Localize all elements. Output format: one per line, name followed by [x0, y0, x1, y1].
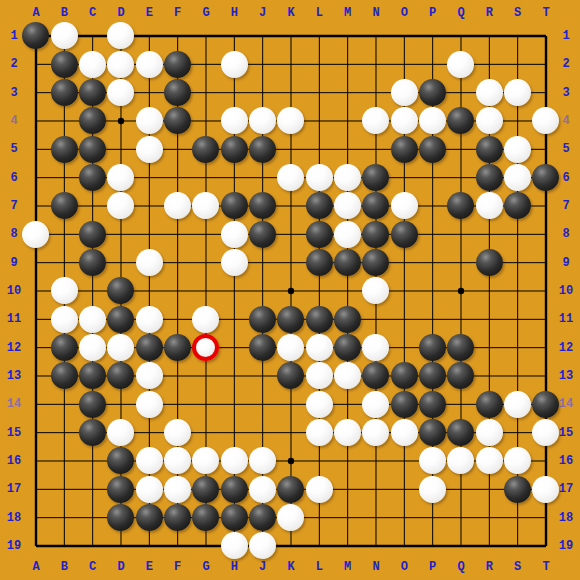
intersection-N12[interactable]	[362, 333, 390, 361]
intersection-N8[interactable]	[362, 220, 390, 248]
intersection-H9[interactable]	[220, 248, 248, 276]
intersection-P19[interactable]	[418, 532, 446, 560]
intersection-K15[interactable]	[277, 418, 305, 446]
intersection-Q14[interactable]	[447, 390, 475, 418]
intersection-C11[interactable]	[78, 305, 106, 333]
intersection-E1[interactable]	[135, 22, 163, 50]
intersection-P8[interactable]	[418, 220, 446, 248]
intersection-E2[interactable]	[135, 50, 163, 78]
intersection-O17[interactable]	[390, 475, 418, 503]
intersection-C4[interactable]	[78, 107, 106, 135]
intersection-K8[interactable]	[277, 220, 305, 248]
intersection-S5[interactable]	[503, 135, 531, 163]
stone-black-A1[interactable]	[22, 22, 49, 49]
stone-black-D13[interactable]	[107, 362, 134, 389]
intersection-L8[interactable]	[305, 220, 333, 248]
intersection-E13[interactable]	[135, 362, 163, 390]
intersection-N3[interactable]	[362, 78, 390, 106]
stone-white-S16[interactable]	[504, 447, 531, 474]
stone-white-B11[interactable]	[51, 306, 78, 333]
stone-white-M7[interactable]	[334, 192, 361, 219]
stone-white-H9[interactable]	[221, 249, 248, 276]
intersection-Q2[interactable]	[447, 50, 475, 78]
intersection-R12[interactable]	[475, 333, 503, 361]
intersection-S9[interactable]	[503, 248, 531, 276]
intersection-B4[interactable]	[50, 107, 78, 135]
intersection-B11[interactable]	[50, 305, 78, 333]
intersection-O14[interactable]	[390, 390, 418, 418]
stone-white-L6[interactable]	[306, 164, 333, 191]
stone-black-J5[interactable]	[249, 136, 276, 163]
intersection-D10[interactable]	[107, 277, 135, 305]
intersection-Q6[interactable]	[447, 163, 475, 191]
intersection-F9[interactable]	[163, 248, 191, 276]
intersection-K10[interactable]	[277, 277, 305, 305]
stone-white-D12[interactable]	[107, 334, 134, 361]
intersection-G7[interactable]	[192, 192, 220, 220]
intersection-J7[interactable]	[248, 192, 276, 220]
intersection-P13[interactable]	[418, 362, 446, 390]
intersection-F14[interactable]	[163, 390, 191, 418]
intersection-K18[interactable]	[277, 503, 305, 531]
intersection-K6[interactable]	[277, 163, 305, 191]
intersection-H8[interactable]	[220, 220, 248, 248]
intersection-L5[interactable]	[305, 135, 333, 163]
intersection-S19[interactable]	[503, 532, 531, 560]
stone-white-M15[interactable]	[334, 419, 361, 446]
intersection-Q13[interactable]	[447, 362, 475, 390]
stone-black-Q12[interactable]	[447, 334, 474, 361]
stone-black-P12[interactable]	[419, 334, 446, 361]
intersection-P17[interactable]	[418, 475, 446, 503]
intersection-Q17[interactable]	[447, 475, 475, 503]
intersection-J6[interactable]	[248, 163, 276, 191]
intersection-H2[interactable]	[220, 50, 248, 78]
intersection-S7[interactable]	[503, 192, 531, 220]
intersection-Q5[interactable]	[447, 135, 475, 163]
intersection-S13[interactable]	[503, 362, 531, 390]
intersection-S2[interactable]	[503, 50, 531, 78]
intersection-L9[interactable]	[305, 248, 333, 276]
intersection-H3[interactable]	[220, 78, 248, 106]
intersection-S15[interactable]	[503, 418, 531, 446]
intersection-S4[interactable]	[503, 107, 531, 135]
intersection-M4[interactable]	[333, 107, 361, 135]
intersection-S12[interactable]	[503, 333, 531, 361]
intersection-R9[interactable]	[475, 248, 503, 276]
stone-black-C13[interactable]	[79, 362, 106, 389]
intersection-O5[interactable]	[390, 135, 418, 163]
stone-black-F12[interactable]	[164, 334, 191, 361]
intersection-G6[interactable]	[192, 163, 220, 191]
stone-white-K12[interactable]	[277, 334, 304, 361]
intersection-E15[interactable]	[135, 418, 163, 446]
stone-black-M11[interactable]	[334, 306, 361, 333]
intersection-B6[interactable]	[50, 163, 78, 191]
intersection-R15[interactable]	[475, 418, 503, 446]
intersection-J9[interactable]	[248, 248, 276, 276]
stone-white-C11[interactable]	[79, 306, 106, 333]
intersection-S8[interactable]	[503, 220, 531, 248]
stone-white-M8[interactable]	[334, 221, 361, 248]
stone-black-J18[interactable]	[249, 504, 276, 531]
stone-black-C14[interactable]	[79, 391, 106, 418]
intersection-N16[interactable]	[362, 447, 390, 475]
intersection-H13[interactable]	[220, 362, 248, 390]
stone-black-H18[interactable]	[221, 504, 248, 531]
intersection-D3[interactable]	[107, 78, 135, 106]
intersection-G14[interactable]	[192, 390, 220, 418]
intersection-N4[interactable]	[362, 107, 390, 135]
intersection-L14[interactable]	[305, 390, 333, 418]
intersection-K7[interactable]	[277, 192, 305, 220]
intersection-E12[interactable]	[135, 333, 163, 361]
stone-white-D15[interactable]	[107, 419, 134, 446]
stone-white-K4[interactable]	[277, 107, 304, 134]
intersection-E7[interactable]	[135, 192, 163, 220]
intersection-B15[interactable]	[50, 418, 78, 446]
intersection-N6[interactable]	[362, 163, 390, 191]
intersection-M14[interactable]	[333, 390, 361, 418]
intersection-A3[interactable]	[22, 78, 50, 106]
intersection-P6[interactable]	[418, 163, 446, 191]
intersection-B1[interactable]	[50, 22, 78, 50]
intersection-A10[interactable]	[22, 277, 50, 305]
intersection-K12[interactable]	[277, 333, 305, 361]
intersection-P16[interactable]	[418, 447, 446, 475]
stone-black-R14[interactable]	[476, 391, 503, 418]
intersection-L16[interactable]	[305, 447, 333, 475]
stone-white-D6[interactable]	[107, 164, 134, 191]
intersection-C5[interactable]	[78, 135, 106, 163]
intersection-G2[interactable]	[192, 50, 220, 78]
intersection-P15[interactable]	[418, 418, 446, 446]
intersection-H12[interactable]	[220, 333, 248, 361]
intersection-L17[interactable]	[305, 475, 333, 503]
stone-white-S5[interactable]	[504, 136, 531, 163]
intersection-T6[interactable]	[532, 163, 560, 191]
intersection-H16[interactable]	[220, 447, 248, 475]
stone-black-L11[interactable]	[306, 306, 333, 333]
intersection-E10[interactable]	[135, 277, 163, 305]
stone-white-G7[interactable]	[192, 192, 219, 219]
intersection-O6[interactable]	[390, 163, 418, 191]
intersection-A15[interactable]	[22, 418, 50, 446]
intersection-R6[interactable]	[475, 163, 503, 191]
intersection-M5[interactable]	[333, 135, 361, 163]
intersection-O13[interactable]	[390, 362, 418, 390]
stone-black-Q4[interactable]	[447, 107, 474, 134]
stone-black-K17[interactable]	[277, 476, 304, 503]
intersection-N15[interactable]	[362, 418, 390, 446]
stone-white-L14[interactable]	[306, 391, 333, 418]
intersection-L19[interactable]	[305, 532, 333, 560]
stone-white-L12[interactable]	[306, 334, 333, 361]
stone-black-F3[interactable]	[164, 79, 191, 106]
intersection-J18[interactable]	[248, 503, 276, 531]
intersection-E3[interactable]	[135, 78, 163, 106]
stone-white-R15[interactable]	[476, 419, 503, 446]
stone-white-E5[interactable]	[136, 136, 163, 163]
intersection-G11[interactable]	[192, 305, 220, 333]
intersection-K17[interactable]	[277, 475, 305, 503]
intersection-O8[interactable]	[390, 220, 418, 248]
intersection-O2[interactable]	[390, 50, 418, 78]
intersection-P3[interactable]	[418, 78, 446, 106]
intersection-N11[interactable]	[362, 305, 390, 333]
intersection-O7[interactable]	[390, 192, 418, 220]
intersection-S1[interactable]	[503, 22, 531, 50]
stone-white-F17[interactable]	[164, 476, 191, 503]
stone-white-Q2[interactable]	[447, 51, 474, 78]
intersection-G18[interactable]	[192, 503, 220, 531]
stone-white-N4[interactable]	[362, 107, 389, 134]
stone-black-O8[interactable]	[391, 221, 418, 248]
stone-white-L15[interactable]	[306, 419, 333, 446]
intersection-B12[interactable]	[50, 333, 78, 361]
intersection-S11[interactable]	[503, 305, 531, 333]
intersection-A8[interactable]	[22, 220, 50, 248]
intersection-B10[interactable]	[50, 277, 78, 305]
intersection-R19[interactable]	[475, 532, 503, 560]
intersection-M19[interactable]	[333, 532, 361, 560]
stone-white-H4[interactable]	[221, 107, 248, 134]
intersection-P7[interactable]	[418, 192, 446, 220]
intersection-P2[interactable]	[418, 50, 446, 78]
intersection-G4[interactable]	[192, 107, 220, 135]
stone-black-Q15[interactable]	[447, 419, 474, 446]
intersection-S16[interactable]	[503, 447, 531, 475]
intersection-C9[interactable]	[78, 248, 106, 276]
intersection-G17[interactable]	[192, 475, 220, 503]
intersection-A2[interactable]	[22, 50, 50, 78]
stone-black-N8[interactable]	[362, 221, 389, 248]
stone-white-C12[interactable]	[79, 334, 106, 361]
stone-black-C6[interactable]	[79, 164, 106, 191]
intersection-G10[interactable]	[192, 277, 220, 305]
intersection-F11[interactable]	[163, 305, 191, 333]
intersection-L6[interactable]	[305, 163, 333, 191]
intersection-R13[interactable]	[475, 362, 503, 390]
intersection-N2[interactable]	[362, 50, 390, 78]
stone-white-M13[interactable]	[334, 362, 361, 389]
intersection-E19[interactable]	[135, 532, 163, 560]
intersection-K11[interactable]	[277, 305, 305, 333]
stone-white-O7[interactable]	[391, 192, 418, 219]
intersection-K9[interactable]	[277, 248, 305, 276]
last-move-stone-G12[interactable]	[192, 334, 219, 361]
stone-white-E17[interactable]	[136, 476, 163, 503]
intersection-O3[interactable]	[390, 78, 418, 106]
intersection-A11[interactable]	[22, 305, 50, 333]
stone-white-O3[interactable]	[391, 79, 418, 106]
intersection-H1[interactable]	[220, 22, 248, 50]
stone-black-P3[interactable]	[419, 79, 446, 106]
stone-white-J17[interactable]	[249, 476, 276, 503]
intersection-L18[interactable]	[305, 503, 333, 531]
intersection-O18[interactable]	[390, 503, 418, 531]
stone-black-H7[interactable]	[221, 192, 248, 219]
intersection-B17[interactable]	[50, 475, 78, 503]
intersection-M9[interactable]	[333, 248, 361, 276]
intersection-F16[interactable]	[163, 447, 191, 475]
intersection-G1[interactable]	[192, 22, 220, 50]
intersection-J2[interactable]	[248, 50, 276, 78]
stone-black-P15[interactable]	[419, 419, 446, 446]
intersection-P12[interactable]	[418, 333, 446, 361]
intersection-B14[interactable]	[50, 390, 78, 418]
intersection-C1[interactable]	[78, 22, 106, 50]
intersection-G16[interactable]	[192, 447, 220, 475]
intersection-A14[interactable]	[22, 390, 50, 418]
intersection-K19[interactable]	[277, 532, 305, 560]
intersection-P18[interactable]	[418, 503, 446, 531]
stone-white-C2[interactable]	[79, 51, 106, 78]
intersection-F12[interactable]	[163, 333, 191, 361]
stone-white-P17[interactable]	[419, 476, 446, 503]
stone-white-D2[interactable]	[107, 51, 134, 78]
stone-white-J19[interactable]	[249, 532, 276, 559]
intersection-Q19[interactable]	[447, 532, 475, 560]
stone-white-N10[interactable]	[362, 277, 389, 304]
intersection-E16[interactable]	[135, 447, 163, 475]
stone-black-B7[interactable]	[51, 192, 78, 219]
stone-black-B2[interactable]	[51, 51, 78, 78]
intersection-C7[interactable]	[78, 192, 106, 220]
stone-black-B12[interactable]	[51, 334, 78, 361]
stone-white-B10[interactable]	[51, 277, 78, 304]
stone-black-R5[interactable]	[476, 136, 503, 163]
stone-white-E2[interactable]	[136, 51, 163, 78]
intersection-D14[interactable]	[107, 390, 135, 418]
intersection-L11[interactable]	[305, 305, 333, 333]
stone-black-N6[interactable]	[362, 164, 389, 191]
intersection-N10[interactable]	[362, 277, 390, 305]
intersection-S3[interactable]	[503, 78, 531, 106]
stone-black-R9[interactable]	[476, 249, 503, 276]
intersection-C10[interactable]	[78, 277, 106, 305]
stone-black-T14[interactable]	[532, 391, 559, 418]
stone-black-D18[interactable]	[107, 504, 134, 531]
intersection-R17[interactable]	[475, 475, 503, 503]
intersection-S18[interactable]	[503, 503, 531, 531]
stone-white-R7[interactable]	[476, 192, 503, 219]
intersection-G9[interactable]	[192, 248, 220, 276]
intersection-L12[interactable]	[305, 333, 333, 361]
stone-white-L17[interactable]	[306, 476, 333, 503]
stone-white-E13[interactable]	[136, 362, 163, 389]
stone-black-J7[interactable]	[249, 192, 276, 219]
intersection-N13[interactable]	[362, 362, 390, 390]
intersection-Q1[interactable]	[447, 22, 475, 50]
stone-black-C8[interactable]	[79, 221, 106, 248]
intersection-F17[interactable]	[163, 475, 191, 503]
stone-white-N12[interactable]	[362, 334, 389, 361]
stone-white-T4[interactable]	[532, 107, 559, 134]
intersection-B8[interactable]	[50, 220, 78, 248]
intersection-K13[interactable]	[277, 362, 305, 390]
intersection-R10[interactable]	[475, 277, 503, 305]
intersection-H17[interactable]	[220, 475, 248, 503]
intersection-M2[interactable]	[333, 50, 361, 78]
intersection-D1[interactable]	[107, 22, 135, 50]
intersection-H6[interactable]	[220, 163, 248, 191]
stone-black-S17[interactable]	[504, 476, 531, 503]
stone-black-F2[interactable]	[164, 51, 191, 78]
intersection-B13[interactable]	[50, 362, 78, 390]
intersection-M1[interactable]	[333, 22, 361, 50]
intersection-F18[interactable]	[163, 503, 191, 531]
intersection-M10[interactable]	[333, 277, 361, 305]
intersection-M17[interactable]	[333, 475, 361, 503]
intersection-H7[interactable]	[220, 192, 248, 220]
intersection-M12[interactable]	[333, 333, 361, 361]
intersection-E11[interactable]	[135, 305, 163, 333]
stone-black-D10[interactable]	[107, 277, 134, 304]
intersection-A7[interactable]	[22, 192, 50, 220]
intersection-J15[interactable]	[248, 418, 276, 446]
intersection-K2[interactable]	[277, 50, 305, 78]
intersection-E8[interactable]	[135, 220, 163, 248]
stone-white-G11[interactable]	[192, 306, 219, 333]
intersection-O4[interactable]	[390, 107, 418, 135]
intersection-B3[interactable]	[50, 78, 78, 106]
intersection-N19[interactable]	[362, 532, 390, 560]
stone-black-K13[interactable]	[277, 362, 304, 389]
intersection-T8[interactable]	[532, 220, 560, 248]
intersection-B9[interactable]	[50, 248, 78, 276]
intersection-B18[interactable]	[50, 503, 78, 531]
intersection-N17[interactable]	[362, 475, 390, 503]
intersection-M18[interactable]	[333, 503, 361, 531]
intersection-G8[interactable]	[192, 220, 220, 248]
intersection-T5[interactable]	[532, 135, 560, 163]
intersection-L2[interactable]	[305, 50, 333, 78]
intersection-N1[interactable]	[362, 22, 390, 50]
intersection-B16[interactable]	[50, 447, 78, 475]
stone-black-K11[interactable]	[277, 306, 304, 333]
stone-white-L13[interactable]	[306, 362, 333, 389]
intersection-T10[interactable]	[532, 277, 560, 305]
intersection-F15[interactable]	[163, 418, 191, 446]
intersection-D11[interactable]	[107, 305, 135, 333]
intersection-J11[interactable]	[248, 305, 276, 333]
stone-black-O13[interactable]	[391, 362, 418, 389]
intersection-C19[interactable]	[78, 532, 106, 560]
intersection-H4[interactable]	[220, 107, 248, 135]
intersection-C15[interactable]	[78, 418, 106, 446]
intersection-A13[interactable]	[22, 362, 50, 390]
intersection-J10[interactable]	[248, 277, 276, 305]
intersection-R11[interactable]	[475, 305, 503, 333]
intersection-F2[interactable]	[163, 50, 191, 78]
intersection-E5[interactable]	[135, 135, 163, 163]
stone-black-O14[interactable]	[391, 391, 418, 418]
intersection-N7[interactable]	[362, 192, 390, 220]
stone-black-D17[interactable]	[107, 476, 134, 503]
intersection-G19[interactable]	[192, 532, 220, 560]
intersection-D12[interactable]	[107, 333, 135, 361]
stone-white-P4[interactable]	[419, 107, 446, 134]
intersection-G3[interactable]	[192, 78, 220, 106]
stone-black-R6[interactable]	[476, 164, 503, 191]
intersection-D6[interactable]	[107, 163, 135, 191]
intersection-T17[interactable]	[532, 475, 560, 503]
intersection-E6[interactable]	[135, 163, 163, 191]
stone-white-A8[interactable]	[22, 221, 49, 248]
intersection-R1[interactable]	[475, 22, 503, 50]
intersection-J14[interactable]	[248, 390, 276, 418]
